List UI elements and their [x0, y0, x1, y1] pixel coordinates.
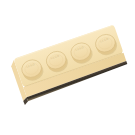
lego-plate-1x4-render: LEGO LEGO LEGO [0, 0, 135, 135]
product-image-canvas: LEGO LEGO LEGO [0, 0, 135, 135]
